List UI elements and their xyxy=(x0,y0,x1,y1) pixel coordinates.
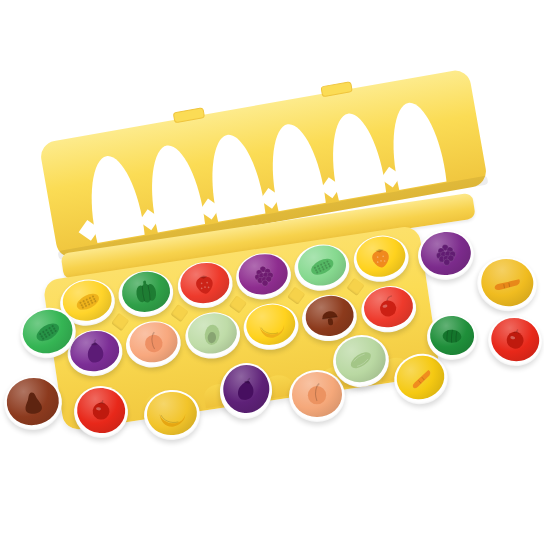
eggplant-shape-icon xyxy=(223,366,270,414)
pear-shape-icon xyxy=(8,379,58,426)
banana-shape-icon xyxy=(247,305,295,346)
tray-cell-r1c2 xyxy=(113,264,179,323)
tray-egg-cherry[interactable] xyxy=(358,282,419,336)
loose-egg-wrap xyxy=(484,312,544,371)
loose-egg-wrap xyxy=(216,360,275,423)
tray-egg-strawberry[interactable] xyxy=(350,231,411,285)
loose-egg-wrap xyxy=(71,383,130,440)
tray-cell-r2c2 xyxy=(121,314,187,373)
loose-egg-wrap xyxy=(329,331,393,392)
strawberry-shape-icon xyxy=(181,263,229,304)
loose-egg-half-apple[interactable] xyxy=(71,383,130,440)
loose-egg-half-carrot[interactable] xyxy=(472,251,542,316)
loose-egg-half-banana[interactable] xyxy=(142,388,201,442)
loose-egg-half-grapes[interactable] xyxy=(416,227,477,283)
grapes-shape-icon xyxy=(240,255,288,296)
loose-egg-half-cucumber[interactable] xyxy=(329,331,393,392)
tray-egg-avocado[interactable] xyxy=(182,308,243,362)
tray-egg-banana[interactable] xyxy=(241,299,302,353)
mushroom-shape-icon xyxy=(306,296,354,337)
tray-cell-r2c3 xyxy=(179,305,245,364)
tray-egg-peach[interactable] xyxy=(123,317,184,371)
tray-egg-pepper[interactable] xyxy=(116,266,177,320)
tray-egg-corn[interactable] xyxy=(292,240,353,294)
strawberry-shape-icon xyxy=(357,237,405,278)
loose-egg-half-apple[interactable] xyxy=(484,312,544,371)
peach-shape-icon xyxy=(295,375,339,415)
loose-egg-wrap xyxy=(1,372,66,434)
loose-egg-wrap xyxy=(472,251,542,316)
apple-shape-icon xyxy=(78,389,124,433)
loose-egg-half-pear[interactable] xyxy=(1,372,66,434)
tray-cell-r1c6 xyxy=(348,229,414,288)
tray-egg-grapes[interactable] xyxy=(233,249,294,303)
scene xyxy=(0,0,544,544)
loose-egg-half-watermelon[interactable] xyxy=(425,312,478,361)
avocado-shape-icon xyxy=(189,314,237,355)
loose-egg-wrap xyxy=(425,312,478,361)
tray-cell-r1c3 xyxy=(172,255,238,314)
loose-egg-wrap xyxy=(142,388,201,442)
pepper-shape-icon xyxy=(122,272,170,313)
corn-shape-icon xyxy=(298,246,346,287)
loose-egg-wrap xyxy=(416,227,477,283)
banana-shape-icon xyxy=(149,394,196,435)
tray-egg-strawberry[interactable] xyxy=(174,258,235,312)
tray-cell-r2c6 xyxy=(355,279,421,338)
tray-cell-r1c5 xyxy=(289,237,355,296)
grapes-shape-icon xyxy=(422,233,470,275)
cucumber-shape-icon xyxy=(336,337,386,384)
eggplant-shape-icon xyxy=(71,331,119,372)
cherry-shape-icon xyxy=(365,287,413,328)
loose-egg-half-eggplant[interactable] xyxy=(216,360,275,423)
peach-shape-icon xyxy=(130,323,178,364)
tray-cell-r2c4 xyxy=(238,297,304,356)
apple-shape-icon xyxy=(491,318,539,363)
watermelon-shape-icon xyxy=(431,317,472,355)
